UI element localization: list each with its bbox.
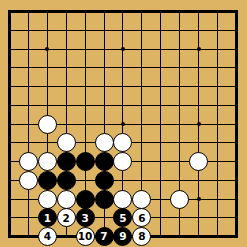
move-number: 6	[138, 213, 145, 224]
move-number: 4	[44, 231, 51, 242]
move-number: 9	[119, 231, 126, 242]
move-number: 7	[100, 231, 107, 242]
move-7-stone-black: 7	[95, 227, 114, 246]
move-10-stone-white: 10	[76, 227, 95, 246]
stone-white	[38, 190, 57, 209]
stone-white	[132, 190, 151, 209]
star-point	[121, 122, 125, 126]
stone-black	[95, 152, 114, 171]
star-point	[121, 47, 125, 51]
move-number: 8	[138, 231, 145, 242]
stone-black	[57, 171, 76, 190]
stone-white	[95, 133, 114, 152]
stone-white	[38, 115, 57, 134]
stone-black	[95, 171, 114, 190]
grid-line-vertical	[217, 12, 218, 237]
move-number: 5	[119, 213, 126, 224]
move-number: 10	[78, 231, 93, 242]
move-number: 2	[63, 213, 70, 224]
move-8-stone-white: 8	[132, 227, 151, 246]
star-point	[197, 47, 201, 51]
stone-white	[38, 152, 57, 171]
stone-white	[19, 171, 38, 190]
stone-white	[19, 152, 38, 171]
stone-white	[57, 190, 76, 209]
move-number: 1	[44, 213, 51, 224]
move-3-stone-black: 3	[76, 208, 95, 227]
stone-white	[57, 133, 76, 152]
stone-white	[170, 190, 189, 209]
stone-white	[113, 190, 132, 209]
stone-black	[76, 152, 95, 171]
star-point	[197, 197, 201, 201]
move-9-stone-black: 9	[113, 227, 132, 246]
go-board: 12356410798	[0, 0, 247, 247]
move-number: 3	[81, 213, 88, 224]
move-4-stone-white: 4	[38, 227, 57, 246]
stone-black	[95, 190, 114, 209]
stone-black	[76, 190, 95, 209]
grid-line-vertical	[160, 12, 161, 237]
stone-black	[57, 152, 76, 171]
star-point	[197, 122, 201, 126]
stone-black	[38, 171, 57, 190]
